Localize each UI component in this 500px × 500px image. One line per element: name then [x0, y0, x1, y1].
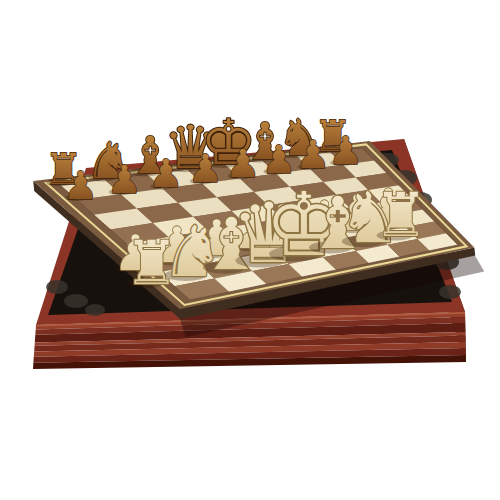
chess-set-scene: ♜♞♝♛♚♝♞♜♟♟♟♟♟♟♟♟♟♟♟♟♟♟♟♟♜♞♝♛♚♝♞♜ [0, 0, 500, 500]
piece-black-pawn-d7: ♟ [188, 146, 223, 191]
piece-black-pawn-c7: ♟ [149, 151, 184, 196]
felt-compartment-5 [439, 285, 461, 299]
felt-compartment-7 [64, 294, 88, 308]
piece-black-pawn-e7: ♟ [226, 141, 261, 186]
felt-compartment-8 [85, 304, 105, 316]
piece-white-rook-h1: ♜ [374, 180, 428, 250]
piece-black-pawn-b7: ♟ [107, 157, 142, 202]
chess-set-photo: ♜♞♝♛♚♝♞♜♟♟♟♟♟♟♟♟♟♟♟♟♟♟♟♟♜♞♝♛♚♝♞♜ [0, 0, 500, 500]
piece-black-pawn-g7: ♟ [296, 132, 331, 177]
felt-compartment-6 [46, 280, 68, 294]
piece-black-pawn-a7: ♟ [63, 163, 98, 208]
piece-black-pawn-h7: ♟ [328, 128, 363, 173]
